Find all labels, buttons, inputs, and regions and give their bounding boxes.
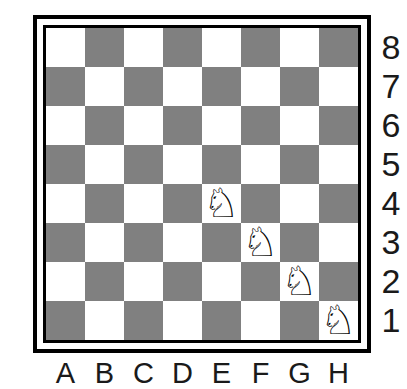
square-f2[interactable] bbox=[241, 262, 280, 301]
square-g8[interactable] bbox=[280, 28, 319, 67]
square-b6[interactable] bbox=[85, 106, 124, 145]
rank-label-2: 2 bbox=[378, 262, 404, 301]
square-a8[interactable] bbox=[46, 28, 85, 67]
square-e8[interactable] bbox=[202, 28, 241, 67]
square-a7[interactable] bbox=[46, 67, 85, 106]
square-e6[interactable] bbox=[202, 106, 241, 145]
rank-label-3: 3 bbox=[378, 223, 404, 262]
square-d4[interactable] bbox=[163, 184, 202, 223]
rank-label-8: 8 bbox=[378, 28, 404, 67]
white-knight-e4[interactable]: ♘ bbox=[203, 184, 240, 223]
rank-label-5: 5 bbox=[378, 145, 404, 184]
square-a6[interactable] bbox=[46, 106, 85, 145]
square-c4[interactable] bbox=[124, 184, 163, 223]
square-d7[interactable] bbox=[163, 67, 202, 106]
file-label-C: C bbox=[124, 356, 163, 389]
chess-diagram: ♘♘♘♘ 87654321 ABCDEFGH bbox=[33, 15, 404, 389]
square-f8[interactable] bbox=[241, 28, 280, 67]
square-a3[interactable] bbox=[46, 223, 85, 262]
square-b1[interactable] bbox=[85, 301, 124, 340]
square-g5[interactable] bbox=[280, 145, 319, 184]
square-a2[interactable] bbox=[46, 262, 85, 301]
file-label-B: B bbox=[85, 356, 124, 389]
square-a1[interactable] bbox=[46, 301, 85, 340]
white-knight-h1[interactable]: ♘ bbox=[320, 301, 357, 340]
file-label-G: G bbox=[280, 356, 319, 389]
square-e3[interactable] bbox=[202, 223, 241, 262]
square-e1[interactable] bbox=[202, 301, 241, 340]
square-g4[interactable] bbox=[280, 184, 319, 223]
square-f1[interactable] bbox=[241, 301, 280, 340]
square-c3[interactable] bbox=[124, 223, 163, 262]
square-d1[interactable] bbox=[163, 301, 202, 340]
board-inner-frame: ♘♘♘♘ bbox=[43, 25, 361, 343]
square-a5[interactable] bbox=[46, 145, 85, 184]
rank-label-4: 4 bbox=[378, 184, 404, 223]
rank-label-1: 1 bbox=[378, 301, 404, 340]
square-g6[interactable] bbox=[280, 106, 319, 145]
file-label-H: H bbox=[319, 356, 358, 389]
square-c1[interactable] bbox=[124, 301, 163, 340]
square-b3[interactable] bbox=[85, 223, 124, 262]
square-f7[interactable] bbox=[241, 67, 280, 106]
white-knight-f3[interactable]: ♘ bbox=[242, 223, 279, 262]
square-e7[interactable] bbox=[202, 67, 241, 106]
square-b8[interactable] bbox=[85, 28, 124, 67]
square-c6[interactable] bbox=[124, 106, 163, 145]
square-b4[interactable] bbox=[85, 184, 124, 223]
file-label-D: D bbox=[163, 356, 202, 389]
square-g1[interactable] bbox=[280, 301, 319, 340]
square-c8[interactable] bbox=[124, 28, 163, 67]
square-h8[interactable] bbox=[319, 28, 358, 67]
square-g2[interactable]: ♘ bbox=[280, 262, 319, 301]
square-e2[interactable] bbox=[202, 262, 241, 301]
rank-label-7: 7 bbox=[378, 67, 404, 106]
square-h6[interactable] bbox=[319, 106, 358, 145]
chessboard: ♘♘♘♘ bbox=[46, 28, 358, 340]
file-label-E: E bbox=[202, 356, 241, 389]
square-b2[interactable] bbox=[85, 262, 124, 301]
square-c7[interactable] bbox=[124, 67, 163, 106]
square-f5[interactable] bbox=[241, 145, 280, 184]
square-b7[interactable] bbox=[85, 67, 124, 106]
rank-label-6: 6 bbox=[378, 106, 404, 145]
square-d3[interactable] bbox=[163, 223, 202, 262]
square-d8[interactable] bbox=[163, 28, 202, 67]
square-d5[interactable] bbox=[163, 145, 202, 184]
square-h4[interactable] bbox=[319, 184, 358, 223]
file-labels: ABCDEFGH bbox=[46, 356, 404, 389]
board-outer-frame: ♘♘♘♘ bbox=[33, 15, 371, 353]
square-f6[interactable] bbox=[241, 106, 280, 145]
square-d2[interactable] bbox=[163, 262, 202, 301]
file-label-F: F bbox=[241, 356, 280, 389]
square-e4[interactable]: ♘ bbox=[202, 184, 241, 223]
square-c5[interactable] bbox=[124, 145, 163, 184]
square-h5[interactable] bbox=[319, 145, 358, 184]
square-c2[interactable] bbox=[124, 262, 163, 301]
white-knight-g2[interactable]: ♘ bbox=[281, 262, 318, 301]
square-h3[interactable] bbox=[319, 223, 358, 262]
file-label-A: A bbox=[46, 356, 85, 389]
square-b5[interactable] bbox=[85, 145, 124, 184]
square-h1[interactable]: ♘ bbox=[319, 301, 358, 340]
square-g7[interactable] bbox=[280, 67, 319, 106]
square-h7[interactable] bbox=[319, 67, 358, 106]
square-a4[interactable] bbox=[46, 184, 85, 223]
square-f3[interactable]: ♘ bbox=[241, 223, 280, 262]
square-d6[interactable] bbox=[163, 106, 202, 145]
rank-labels: 87654321 bbox=[378, 15, 404, 340]
